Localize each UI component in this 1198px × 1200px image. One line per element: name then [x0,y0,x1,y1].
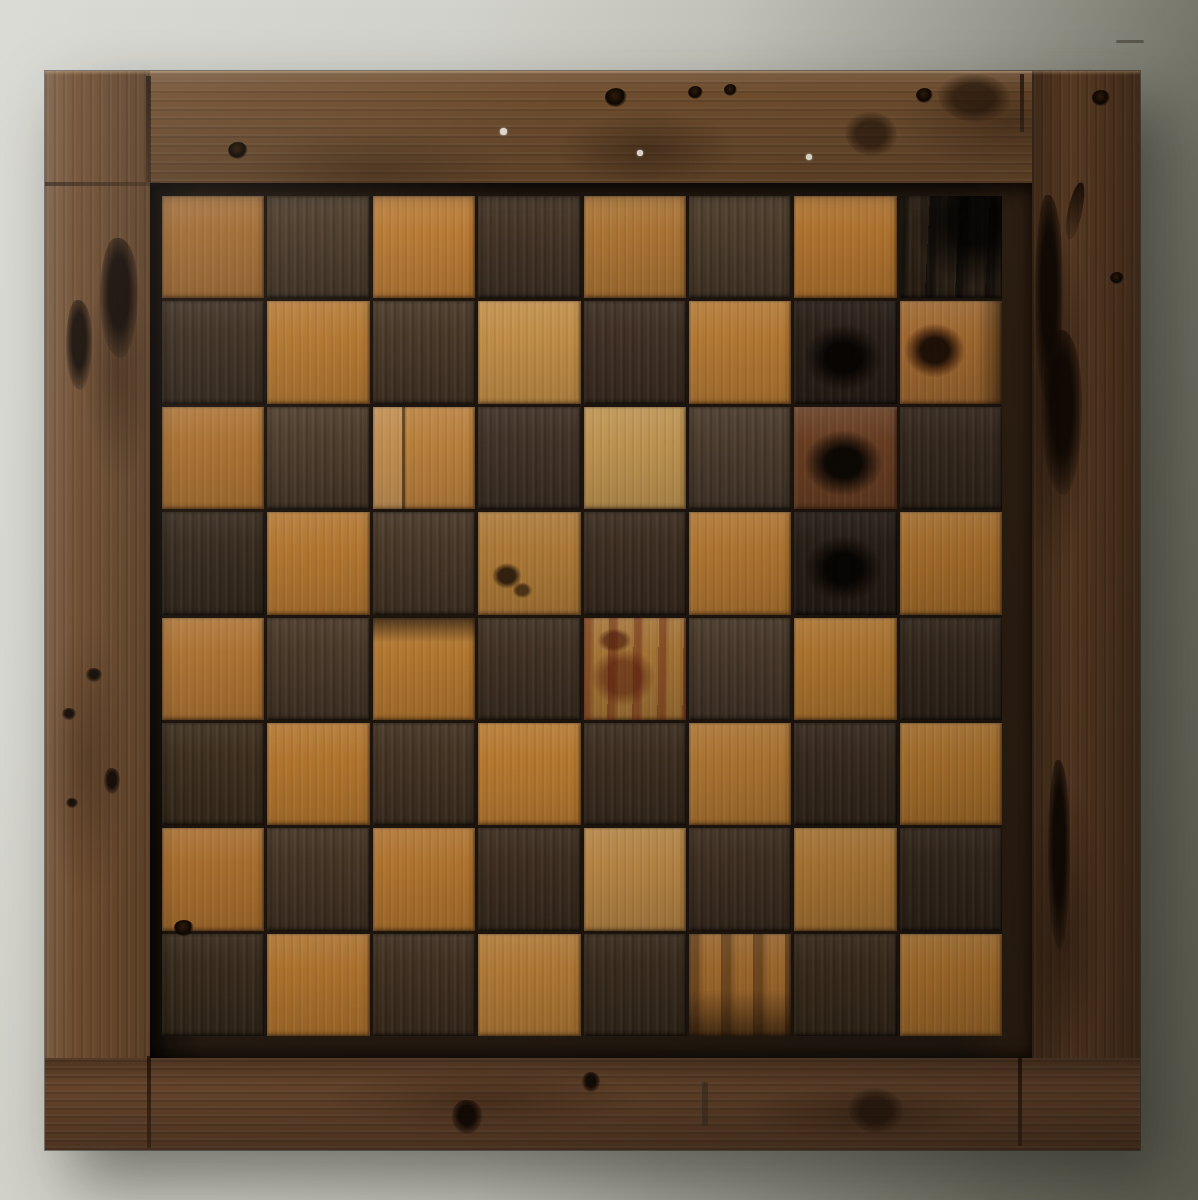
square-c2 [373,828,475,930]
square-g1 [794,934,896,1036]
square-g6 [794,407,896,509]
playfield-grid [162,196,1002,1036]
square-c4 [373,618,475,720]
frame-bottom-rail [45,1058,1140,1150]
square-d1 [478,934,580,1036]
frame-top-rail [45,71,1140,183]
square-g3 [794,723,896,825]
photo-scene [0,0,1198,1200]
square-e1 [584,934,686,1036]
square-c1 [373,934,475,1036]
wood-stain-dark-streaks-bottom [689,934,791,1036]
square-h4 [900,618,1002,720]
square-e7 [584,301,686,403]
square-f5 [689,512,791,614]
square-e2 [584,828,686,930]
square-h7 [900,301,1002,403]
square-c7 [373,301,475,403]
square-a4 [162,618,264,720]
square-c3 [373,723,475,825]
square-d6 [478,407,580,509]
square-a7 [162,301,264,403]
wood-stain-black-blotch [794,301,896,403]
square-e8 [584,196,686,298]
square-e3 [584,723,686,825]
square-g7 [794,301,896,403]
square-h3 [900,723,1002,825]
square-f1 [689,934,791,1036]
square-f2 [689,828,791,930]
square-d8 [478,196,580,298]
square-b7 [267,301,369,403]
square-g2 [794,828,896,930]
antique-checkerboard [45,71,1140,1150]
square-d7 [478,301,580,403]
square-d5 [478,512,580,614]
square-g8 [794,196,896,298]
square-g5 [794,512,896,614]
square-a2 [162,828,264,930]
square-c8 [373,196,475,298]
square-b6 [267,407,369,509]
square-b3 [267,723,369,825]
square-h8 [900,196,1002,298]
square-b4 [267,618,369,720]
square-h5 [900,512,1002,614]
square-b5 [267,512,369,614]
square-a5 [162,512,264,614]
wood-stain-black-blotch [794,407,896,509]
square-f7 [689,301,791,403]
square-f6 [689,407,791,509]
square-h2 [900,828,1002,930]
square-g4 [794,618,896,720]
scratch [1116,40,1144,43]
board-recess [150,183,1032,1058]
square-d4 [478,618,580,720]
square-c5 [373,512,475,614]
square-a6 [162,407,264,509]
wood-stain-black-blotch [794,512,896,614]
square-b1 [267,934,369,1036]
wood-stain-red-streaks [584,618,686,720]
square-b8 [267,196,369,298]
square-f3 [689,723,791,825]
wood-stain-dark-spots [478,512,580,614]
square-a3 [162,723,264,825]
wood-stain-seam [373,407,475,509]
frame-left-rail [45,71,150,1150]
frame-right-rail [1032,71,1140,1150]
square-h1 [900,934,1002,1036]
square-f8 [689,196,791,298]
square-f4 [689,618,791,720]
square-d3 [478,723,580,825]
square-d2 [478,828,580,930]
wood-stain-black-streaks [900,196,1002,298]
square-e5 [584,512,686,614]
wood-stain-dark-edge-top [373,618,475,720]
square-a1 [162,934,264,1036]
square-h6 [900,407,1002,509]
square-b2 [267,828,369,930]
wood-stain-stain-blotch [900,301,1002,403]
square-a8 [162,196,264,298]
square-e6 [584,407,686,509]
square-c6 [373,407,475,509]
square-e4 [584,618,686,720]
